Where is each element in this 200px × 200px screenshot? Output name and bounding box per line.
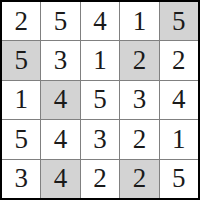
cell-r3c2-shaded[interactable]: 4 (41, 81, 79, 119)
cell-r4c3[interactable]: 3 (81, 120, 119, 158)
cell-r1c4[interactable]: 1 (120, 2, 158, 40)
cell-r4c5[interactable]: 1 (160, 120, 198, 158)
cell-r5c2-shaded[interactable]: 4 (41, 160, 79, 198)
cell-r3c1[interactable]: 1 (2, 81, 40, 119)
cell-r3c3[interactable]: 5 (81, 81, 119, 119)
cell-r4c1[interactable]: 5 (2, 120, 40, 158)
cell-r1c5-shaded[interactable]: 5 (160, 2, 198, 40)
cell-r1c3[interactable]: 4 (81, 2, 119, 40)
cell-r2c4-shaded[interactable]: 2 (120, 41, 158, 79)
cell-r2c5[interactable]: 2 (160, 41, 198, 79)
cell-r2c3[interactable]: 1 (81, 41, 119, 79)
cell-r1c1[interactable]: 2 (2, 2, 40, 40)
cell-r5c1[interactable]: 3 (2, 160, 40, 198)
cell-r4c2[interactable]: 4 (41, 120, 79, 158)
cell-r3c4[interactable]: 3 (120, 81, 158, 119)
cell-r5c4-shaded[interactable]: 2 (120, 160, 158, 198)
cell-r2c2[interactable]: 3 (41, 41, 79, 79)
cell-r5c3[interactable]: 2 (81, 160, 119, 198)
cell-r4c4[interactable]: 2 (120, 120, 158, 158)
cell-r1c2[interactable]: 5 (41, 2, 79, 40)
hitori-board: 2541553122145345432134225 (0, 0, 200, 200)
cell-r3c5[interactable]: 4 (160, 81, 198, 119)
cell-r2c1-shaded[interactable]: 5 (2, 41, 40, 79)
cell-r5c5[interactable]: 5 (160, 160, 198, 198)
